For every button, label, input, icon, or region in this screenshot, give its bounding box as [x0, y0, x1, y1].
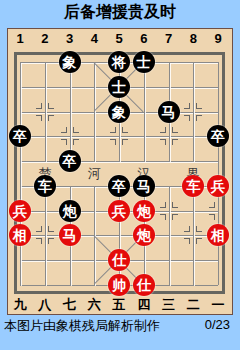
- piece-red-兵[interactable]: 兵: [207, 175, 229, 197]
- file-label-bottom-五: 五: [108, 298, 130, 312]
- piece-red-相[interactable]: 相: [207, 224, 229, 246]
- piece-black-卒[interactable]: 卒: [9, 125, 31, 147]
- piece-black-象[interactable]: 象: [108, 101, 130, 123]
- piece-black-士[interactable]: 士: [133, 51, 155, 73]
- file-label-bottom-二: 二: [182, 298, 204, 312]
- xiangqi-app-window: 后备增援贵及时 123456789 楚河汉界 象将士士象马卒卒卒车卒马车兵兵炮兵…: [0, 0, 240, 350]
- piece-black-士[interactable]: 士: [108, 76, 130, 98]
- piece-red-相[interactable]: 相: [9, 224, 31, 246]
- file-label-top-7: 7: [158, 32, 180, 46]
- piece-black-炮[interactable]: 炮: [59, 200, 81, 222]
- file-label-bottom-四: 四: [133, 298, 155, 312]
- file-label-bottom-七: 七: [59, 298, 81, 312]
- piece-red-兵[interactable]: 兵: [108, 200, 130, 222]
- file-label-top-1: 1: [9, 32, 31, 46]
- piece-black-卒[interactable]: 卒: [207, 125, 229, 147]
- piece-red-仕[interactable]: 仕: [108, 249, 130, 271]
- watermark-caption: 本图片由象棋残局解析制作: [4, 317, 160, 335]
- file-label-top-8: 8: [182, 32, 204, 46]
- piece-red-车[interactable]: 车: [182, 175, 204, 197]
- file-label-top-4: 4: [83, 32, 105, 46]
- file-label-top-5: 5: [108, 32, 130, 46]
- xiangqi-board: 123456789 楚河汉界 象将士士象马卒卒卒车卒马车兵兵炮兵炮相马炮相仕帅仕…: [7, 28, 233, 315]
- piece-black-卒[interactable]: 卒: [108, 175, 130, 197]
- piece-black-象[interactable]: 象: [59, 51, 81, 73]
- file-label-bottom-八: 八: [34, 298, 56, 312]
- piece-red-帅[interactable]: 帅: [108, 274, 130, 296]
- piece-red-兵[interactable]: 兵: [9, 200, 31, 222]
- piece-black-马[interactable]: 马: [133, 175, 155, 197]
- file-label-bottom-九: 九: [9, 298, 31, 312]
- piece-red-仕[interactable]: 仕: [133, 274, 155, 296]
- piece-red-炮[interactable]: 炮: [133, 224, 155, 246]
- move-counter: 0/23: [205, 317, 230, 332]
- puzzle-title: 后备增援贵及时: [0, 2, 240, 23]
- file-label-bottom-一: 一: [207, 298, 229, 312]
- piece-black-将[interactable]: 将: [108, 51, 130, 73]
- file-label-top-3: 3: [59, 32, 81, 46]
- piece-black-马[interactable]: 马: [158, 101, 180, 123]
- file-label-top-6: 6: [133, 32, 155, 46]
- file-label-bottom-六: 六: [83, 298, 105, 312]
- piece-red-马[interactable]: 马: [59, 224, 81, 246]
- piece-red-炮[interactable]: 炮: [133, 200, 155, 222]
- file-label-top-2: 2: [34, 32, 56, 46]
- pieces-layer: 象将士士象马卒卒卒车卒马车兵兵炮兵炮相马炮相仕帅仕: [20, 62, 219, 286]
- file-label-top-9: 9: [207, 32, 229, 46]
- file-label-bottom-三: 三: [158, 298, 180, 312]
- piece-black-车[interactable]: 车: [34, 175, 56, 197]
- piece-black-卒[interactable]: 卒: [59, 150, 81, 172]
